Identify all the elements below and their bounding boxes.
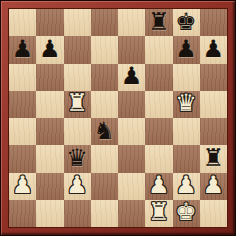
square-b8[interactable] [36,9,63,36]
square-d1[interactable] [91,200,118,227]
square-e3[interactable] [118,145,145,172]
chess-board-frame: ♜♚♟♟♟♟♟♜♛♞♛♜♟♟♟♟♟♜♚ [0,0,236,236]
square-f6[interactable] [145,64,172,91]
square-g2[interactable]: ♟ [173,173,200,200]
square-c2[interactable]: ♟ [64,173,91,200]
square-a5[interactable] [9,91,36,118]
square-b5[interactable] [36,91,63,118]
square-h2[interactable]: ♟ [200,173,227,200]
square-b6[interactable] [36,64,63,91]
black-knight-piece[interactable]: ♞ [94,119,116,143]
square-h4[interactable] [200,118,227,145]
square-f2[interactable]: ♟ [145,173,172,200]
square-d4[interactable]: ♞ [91,118,118,145]
square-e2[interactable] [118,173,145,200]
square-b2[interactable] [36,173,63,200]
square-d3[interactable] [91,145,118,172]
square-c3[interactable]: ♛ [64,145,91,172]
white-queen-piece[interactable]: ♛ [175,91,197,115]
white-king-piece[interactable]: ♚ [175,200,197,224]
square-b4[interactable] [36,118,63,145]
square-d8[interactable] [91,9,118,36]
square-g6[interactable] [173,64,200,91]
black-pawn-piece[interactable]: ♟ [12,37,34,61]
square-c8[interactable] [64,9,91,36]
black-queen-piece[interactable]: ♛ [66,146,88,170]
square-a1[interactable] [9,200,36,227]
square-h5[interactable] [200,91,227,118]
square-b7[interactable]: ♟ [36,36,63,63]
square-b3[interactable] [36,145,63,172]
black-king-piece[interactable]: ♚ [175,10,197,34]
square-c6[interactable] [64,64,91,91]
black-rook-piece[interactable]: ♜ [148,10,170,34]
square-f8[interactable]: ♜ [145,9,172,36]
square-a4[interactable] [9,118,36,145]
white-pawn-piece[interactable]: ♟ [203,173,225,197]
square-b1[interactable] [36,200,63,227]
square-a3[interactable] [9,145,36,172]
square-f4[interactable] [145,118,172,145]
square-a6[interactable] [9,64,36,91]
white-pawn-piece[interactable]: ♟ [148,173,170,197]
square-e6[interactable]: ♟ [118,64,145,91]
white-pawn-piece[interactable]: ♟ [12,173,34,197]
black-rook-piece[interactable]: ♜ [203,146,225,170]
square-g7[interactable]: ♟ [173,36,200,63]
square-g5[interactable]: ♛ [173,91,200,118]
square-e5[interactable] [118,91,145,118]
square-f5[interactable] [145,91,172,118]
square-e4[interactable] [118,118,145,145]
square-h7[interactable]: ♟ [200,36,227,63]
square-e7[interactable] [118,36,145,63]
square-d2[interactable] [91,173,118,200]
square-c7[interactable] [64,36,91,63]
square-g3[interactable] [173,145,200,172]
chess-board: ♜♚♟♟♟♟♟♜♛♞♛♜♟♟♟♟♟♜♚ [8,8,228,228]
white-pawn-piece[interactable]: ♟ [175,173,197,197]
square-a7[interactable]: ♟ [9,36,36,63]
black-pawn-piece[interactable]: ♟ [39,37,61,61]
square-g4[interactable] [173,118,200,145]
square-c1[interactable] [64,200,91,227]
white-rook-piece[interactable]: ♜ [66,91,88,115]
square-h8[interactable] [200,9,227,36]
square-e8[interactable] [118,9,145,36]
square-f7[interactable] [145,36,172,63]
square-g8[interactable]: ♚ [173,9,200,36]
square-a2[interactable]: ♟ [9,173,36,200]
black-pawn-piece[interactable]: ♟ [121,64,143,88]
square-h6[interactable] [200,64,227,91]
black-pawn-piece[interactable]: ♟ [175,37,197,61]
square-c5[interactable]: ♜ [64,91,91,118]
white-rook-piece[interactable]: ♜ [148,200,170,224]
square-f1[interactable]: ♜ [145,200,172,227]
square-g1[interactable]: ♚ [173,200,200,227]
square-h1[interactable] [200,200,227,227]
square-d5[interactable] [91,91,118,118]
square-e1[interactable] [118,200,145,227]
square-c4[interactable] [64,118,91,145]
white-pawn-piece[interactable]: ♟ [66,173,88,197]
black-pawn-piece[interactable]: ♟ [203,37,225,61]
square-h3[interactable]: ♜ [200,145,227,172]
square-f3[interactable] [145,145,172,172]
square-a8[interactable] [9,9,36,36]
square-d7[interactable] [91,36,118,63]
square-d6[interactable] [91,64,118,91]
